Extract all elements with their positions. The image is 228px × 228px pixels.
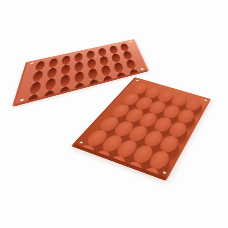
corner-hole bbox=[141, 68, 144, 70]
stud bbox=[103, 178, 134, 181]
cavity bbox=[25, 93, 39, 107]
cavity bbox=[57, 99, 69, 107]
corner-hole bbox=[129, 41, 132, 43]
cavity bbox=[39, 103, 53, 107]
cavity bbox=[89, 78, 100, 93]
cavity bbox=[116, 71, 128, 85]
cavity bbox=[75, 82, 85, 97]
cavity bbox=[42, 89, 55, 106]
stud bbox=[71, 143, 98, 165]
corner-hole bbox=[79, 141, 83, 143]
cavity bbox=[59, 86, 70, 102]
corner-hole bbox=[204, 99, 207, 101]
stud bbox=[101, 154, 130, 177]
corner-hole bbox=[20, 98, 24, 101]
stud bbox=[71, 165, 100, 181]
cavity bbox=[90, 90, 102, 107]
cavity-grid bbox=[25, 42, 139, 96]
silicone-mold-stud-side bbox=[71, 77, 211, 181]
stud-grid bbox=[87, 82, 204, 168]
cavity bbox=[103, 75, 115, 89]
stud bbox=[86, 171, 117, 181]
corner-hole bbox=[163, 171, 167, 174]
cavity bbox=[75, 95, 86, 107]
product-photo bbox=[0, 0, 228, 228]
stud bbox=[71, 159, 84, 181]
